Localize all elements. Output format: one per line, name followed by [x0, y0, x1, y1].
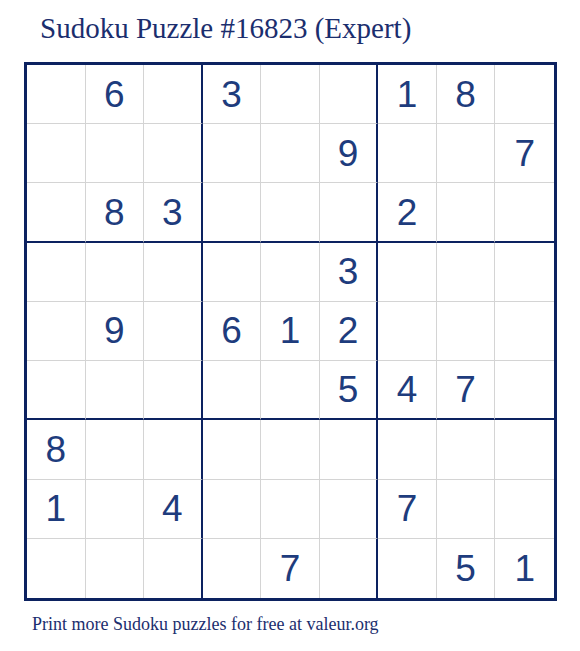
cell-r6c7[interactable]: 4: [378, 361, 437, 420]
cell-r5c4[interactable]: 6: [203, 302, 262, 361]
cell-r8c2[interactable]: [86, 480, 145, 539]
cell-r4c9[interactable]: [495, 243, 554, 302]
cell-r2c7[interactable]: [378, 124, 437, 183]
cell-r4c1[interactable]: [27, 243, 86, 302]
cell-r2c1[interactable]: [27, 124, 86, 183]
cell-r7c4[interactable]: [203, 420, 262, 479]
cell-r4c8[interactable]: [437, 243, 496, 302]
cell-r2c5[interactable]: [261, 124, 320, 183]
cell-r9c6[interactable]: [320, 539, 379, 598]
cell-r9c1[interactable]: [27, 539, 86, 598]
cell-r9c9[interactable]: 1: [495, 539, 554, 598]
cell-r4c6[interactable]: 3: [320, 243, 379, 302]
cell-r9c5[interactable]: 7: [261, 539, 320, 598]
cell-r7c7[interactable]: [378, 420, 437, 479]
sudoku-grid: 631897832396125478147751: [24, 62, 557, 601]
cell-r5c2[interactable]: 9: [86, 302, 145, 361]
cell-r3c7[interactable]: 2: [378, 183, 437, 242]
cell-r3c2[interactable]: 8: [86, 183, 145, 242]
cell-r1c9[interactable]: [495, 65, 554, 124]
cell-r7c9[interactable]: [495, 420, 554, 479]
cell-r1c6[interactable]: [320, 65, 379, 124]
cell-r3c6[interactable]: [320, 183, 379, 242]
cell-r5c1[interactable]: [27, 302, 86, 361]
cell-r1c7[interactable]: 1: [378, 65, 437, 124]
cell-r3c9[interactable]: [495, 183, 554, 242]
cell-r6c9[interactable]: [495, 361, 554, 420]
cell-r6c8[interactable]: 7: [437, 361, 496, 420]
cell-r3c4[interactable]: [203, 183, 262, 242]
cell-r2c4[interactable]: [203, 124, 262, 183]
cell-r9c7[interactable]: [378, 539, 437, 598]
cell-r6c3[interactable]: [144, 361, 203, 420]
cell-r9c3[interactable]: [144, 539, 203, 598]
cell-r4c5[interactable]: [261, 243, 320, 302]
cell-r4c2[interactable]: [86, 243, 145, 302]
cell-r2c8[interactable]: [437, 124, 496, 183]
cell-r9c4[interactable]: [203, 539, 262, 598]
cell-r1c2[interactable]: 6: [86, 65, 145, 124]
cell-r6c2[interactable]: [86, 361, 145, 420]
cell-r5c3[interactable]: [144, 302, 203, 361]
page-title: Sudoku Puzzle #16823 (Expert): [40, 12, 411, 45]
sudoku-page: Sudoku Puzzle #16823 (Expert) 6318978323…: [0, 0, 580, 651]
cell-r5c6[interactable]: 2: [320, 302, 379, 361]
cell-r9c8[interactable]: 5: [437, 539, 496, 598]
cell-r2c2[interactable]: [86, 124, 145, 183]
cell-r3c5[interactable]: [261, 183, 320, 242]
cell-r5c7[interactable]: [378, 302, 437, 361]
cell-r8c5[interactable]: [261, 480, 320, 539]
cell-r6c6[interactable]: 5: [320, 361, 379, 420]
cell-r1c8[interactable]: 8: [437, 65, 496, 124]
cell-r4c7[interactable]: [378, 243, 437, 302]
cell-r2c3[interactable]: [144, 124, 203, 183]
cell-r3c1[interactable]: [27, 183, 86, 242]
cell-r6c4[interactable]: [203, 361, 262, 420]
cell-r3c8[interactable]: [437, 183, 496, 242]
cell-r8c7[interactable]: 7: [378, 480, 437, 539]
cell-r3c3[interactable]: 3: [144, 183, 203, 242]
cell-r7c1[interactable]: 8: [27, 420, 86, 479]
cell-r1c1[interactable]: [27, 65, 86, 124]
footer-text: Print more Sudoku puzzles for free at va…: [32, 614, 379, 635]
cell-r9c2[interactable]: [86, 539, 145, 598]
cell-r4c4[interactable]: [203, 243, 262, 302]
cell-r1c4[interactable]: 3: [203, 65, 262, 124]
cell-r1c5[interactable]: [261, 65, 320, 124]
cell-r6c1[interactable]: [27, 361, 86, 420]
cell-r2c9[interactable]: 7: [495, 124, 554, 183]
cell-r7c6[interactable]: [320, 420, 379, 479]
cell-r8c6[interactable]: [320, 480, 379, 539]
cell-r5c9[interactable]: [495, 302, 554, 361]
cell-r8c1[interactable]: 1: [27, 480, 86, 539]
cell-r5c8[interactable]: [437, 302, 496, 361]
cell-r7c2[interactable]: [86, 420, 145, 479]
cell-r2c6[interactable]: 9: [320, 124, 379, 183]
cell-r8c8[interactable]: [437, 480, 496, 539]
cell-r7c8[interactable]: [437, 420, 496, 479]
cell-r1c3[interactable]: [144, 65, 203, 124]
cell-r4c3[interactable]: [144, 243, 203, 302]
cell-r8c3[interactable]: 4: [144, 480, 203, 539]
cell-r7c3[interactable]: [144, 420, 203, 479]
cell-r6c5[interactable]: [261, 361, 320, 420]
cell-r5c5[interactable]: 1: [261, 302, 320, 361]
cell-r8c9[interactable]: [495, 480, 554, 539]
cell-r7c5[interactable]: [261, 420, 320, 479]
cell-r8c4[interactable]: [203, 480, 262, 539]
